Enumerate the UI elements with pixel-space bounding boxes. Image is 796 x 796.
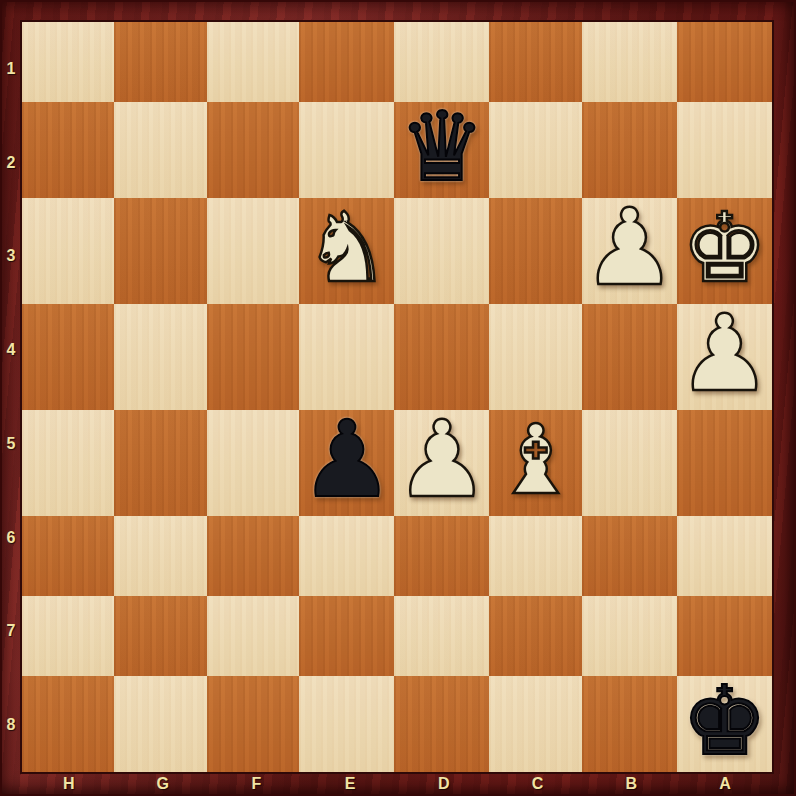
square-f5[interactable] xyxy=(207,410,299,516)
square-e6[interactable] xyxy=(299,516,394,596)
square-d3[interactable] xyxy=(394,198,489,304)
square-h1[interactable] xyxy=(22,22,114,102)
chess-board: ♛♞♟♚♟♟♟♝♚ xyxy=(22,22,772,772)
square-h3[interactable] xyxy=(22,198,114,304)
square-d5[interactable]: ♟ xyxy=(394,410,489,516)
square-h8[interactable] xyxy=(22,676,114,772)
file-label-c: C xyxy=(491,772,585,796)
square-g8[interactable] xyxy=(114,676,206,772)
square-c1[interactable] xyxy=(489,22,581,102)
square-b5[interactable] xyxy=(582,410,677,516)
square-b1[interactable] xyxy=(582,22,677,102)
square-b2[interactable] xyxy=(582,102,677,198)
square-e2[interactable] xyxy=(299,102,394,198)
white-pawn[interactable]: ♟ xyxy=(394,407,489,513)
square-d4[interactable] xyxy=(394,304,489,410)
square-h7[interactable] xyxy=(22,596,114,676)
square-g2[interactable] xyxy=(114,102,206,198)
white-knight[interactable]: ♞ xyxy=(304,200,390,296)
file-label-f: F xyxy=(210,772,304,796)
square-g3[interactable] xyxy=(114,198,206,304)
square-g5[interactable] xyxy=(114,410,206,516)
square-f1[interactable] xyxy=(207,22,299,102)
file-label-a: A xyxy=(678,772,772,796)
square-h2[interactable] xyxy=(22,102,114,198)
square-f4[interactable] xyxy=(207,304,299,410)
square-d8[interactable] xyxy=(394,676,489,772)
square-e5[interactable]: ♟ xyxy=(299,410,394,516)
white-king[interactable]: ♚ xyxy=(681,200,767,296)
board-frame: ♛♞♟♚♟♟♟♝♚ 12345678HGFEDCBA xyxy=(0,0,796,796)
file-label-b: B xyxy=(585,772,679,796)
square-d2[interactable]: ♛ xyxy=(394,102,489,198)
square-e1[interactable] xyxy=(299,22,394,102)
square-e8[interactable] xyxy=(299,676,394,772)
square-g4[interactable] xyxy=(114,304,206,410)
square-g1[interactable] xyxy=(114,22,206,102)
square-a4[interactable]: ♟ xyxy=(677,304,772,410)
rank-label-1: 1 xyxy=(0,22,22,116)
rank-label-5: 5 xyxy=(0,397,22,491)
white-bishop[interactable]: ♝ xyxy=(493,412,579,508)
file-label-d: D xyxy=(397,772,491,796)
square-a5[interactable] xyxy=(677,410,772,516)
square-f6[interactable] xyxy=(207,516,299,596)
square-g6[interactable] xyxy=(114,516,206,596)
rank-label-3: 3 xyxy=(0,210,22,304)
square-c3[interactable] xyxy=(489,198,581,304)
square-e4[interactable] xyxy=(299,304,394,410)
square-c2[interactable] xyxy=(489,102,581,198)
square-f8[interactable] xyxy=(207,676,299,772)
square-h4[interactable] xyxy=(22,304,114,410)
square-b8[interactable] xyxy=(582,676,677,772)
square-d7[interactable] xyxy=(394,596,489,676)
rank-label-7: 7 xyxy=(0,585,22,679)
file-label-e: E xyxy=(303,772,397,796)
square-c6[interactable] xyxy=(489,516,581,596)
square-c8[interactable] xyxy=(489,676,581,772)
file-label-h: H xyxy=(22,772,116,796)
square-b6[interactable] xyxy=(582,516,677,596)
square-c7[interactable] xyxy=(489,596,581,676)
square-f3[interactable] xyxy=(207,198,299,304)
square-c4[interactable] xyxy=(489,304,581,410)
black-pawn[interactable]: ♟ xyxy=(299,407,394,513)
rank-label-8: 8 xyxy=(0,678,22,772)
square-b7[interactable] xyxy=(582,596,677,676)
square-a1[interactable] xyxy=(677,22,772,102)
square-d6[interactable] xyxy=(394,516,489,596)
white-pawn[interactable]: ♟ xyxy=(582,195,677,301)
square-f7[interactable] xyxy=(207,596,299,676)
black-king[interactable]: ♚ xyxy=(681,673,767,769)
square-c5[interactable]: ♝ xyxy=(489,410,581,516)
square-a7[interactable] xyxy=(677,596,772,676)
square-a3[interactable]: ♚ xyxy=(677,198,772,304)
white-pawn[interactable]: ♟ xyxy=(677,301,772,407)
square-h6[interactable] xyxy=(22,516,114,596)
square-b3[interactable]: ♟ xyxy=(582,198,677,304)
rank-label-2: 2 xyxy=(0,116,22,210)
square-a2[interactable] xyxy=(677,102,772,198)
rank-label-6: 6 xyxy=(0,491,22,585)
square-a6[interactable] xyxy=(677,516,772,596)
black-queen[interactable]: ♛ xyxy=(399,99,485,195)
square-a8[interactable]: ♚ xyxy=(677,676,772,772)
square-e3[interactable]: ♞ xyxy=(299,198,394,304)
square-b4[interactable] xyxy=(582,304,677,410)
square-e7[interactable] xyxy=(299,596,394,676)
file-label-g: G xyxy=(116,772,210,796)
square-f2[interactable] xyxy=(207,102,299,198)
square-h5[interactable] xyxy=(22,410,114,516)
square-g7[interactable] xyxy=(114,596,206,676)
square-d1[interactable] xyxy=(394,22,489,102)
rank-label-4: 4 xyxy=(0,303,22,397)
